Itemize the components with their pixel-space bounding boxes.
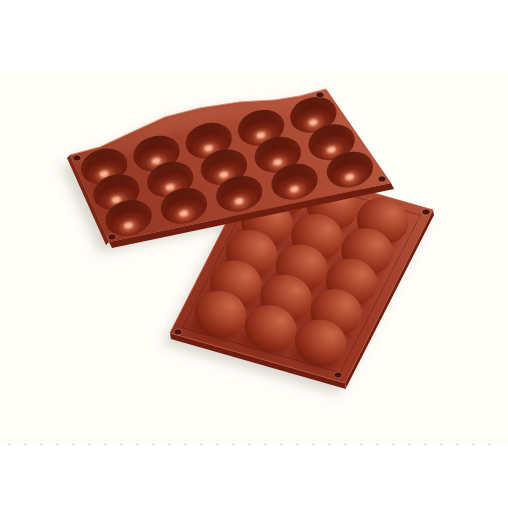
corner-hole (334, 372, 342, 378)
product-photo-silicone-moulds (0, 0, 508, 508)
corner-hole (174, 329, 182, 335)
corner-hole (422, 209, 430, 215)
corner-hole (378, 176, 386, 182)
corner-hole (73, 155, 81, 161)
corner-hole (316, 92, 324, 98)
mould-scene (0, 0, 508, 508)
corner-hole (108, 234, 116, 240)
